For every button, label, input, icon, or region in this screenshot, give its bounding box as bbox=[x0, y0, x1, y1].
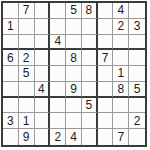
cell-r8c4[interactable] bbox=[50, 113, 66, 129]
cell-r1c4[interactable] bbox=[50, 3, 66, 19]
cell-r6c2[interactable] bbox=[19, 82, 35, 98]
cell-r4c9[interactable] bbox=[129, 50, 145, 66]
cell-r2c9: 3 bbox=[129, 19, 145, 35]
cell-r4c3[interactable] bbox=[35, 50, 51, 66]
cell-r6c4[interactable] bbox=[50, 82, 66, 98]
cell-r4c8[interactable] bbox=[113, 50, 129, 66]
cell-r6c1[interactable] bbox=[3, 82, 19, 98]
cell-r9c4: 2 bbox=[50, 129, 66, 145]
cell-r2c8: 2 bbox=[113, 19, 129, 35]
cell-r3c9[interactable] bbox=[129, 35, 145, 51]
cell-r7c6: 5 bbox=[82, 98, 98, 114]
cell-r5c2: 5 bbox=[19, 66, 35, 82]
cell-r6c6[interactable] bbox=[82, 82, 98, 98]
cell-r2c6[interactable] bbox=[82, 19, 98, 35]
cell-r8c3[interactable] bbox=[35, 113, 51, 129]
cell-r1c5: 5 bbox=[66, 3, 82, 19]
cell-r6c3: 4 bbox=[35, 82, 51, 98]
cell-r6c9: 5 bbox=[129, 82, 145, 98]
cell-r5c8: 1 bbox=[113, 66, 129, 82]
cell-r2c5[interactable] bbox=[66, 19, 82, 35]
cell-r8c8[interactable] bbox=[113, 113, 129, 129]
cell-r7c1[interactable] bbox=[3, 98, 19, 114]
cell-r3c3[interactable] bbox=[35, 35, 51, 51]
cell-r7c5[interactable] bbox=[66, 98, 82, 114]
cell-r2c3[interactable] bbox=[35, 19, 51, 35]
cell-r6c5: 9 bbox=[66, 82, 82, 98]
cell-r9c7[interactable] bbox=[98, 129, 114, 145]
cell-r1c6: 8 bbox=[82, 3, 98, 19]
cell-r9c6[interactable] bbox=[82, 129, 98, 145]
cell-r8c6[interactable] bbox=[82, 113, 98, 129]
cell-r4c5: 8 bbox=[66, 50, 82, 66]
cell-r5c1[interactable] bbox=[3, 66, 19, 82]
cell-r5c7[interactable] bbox=[98, 66, 114, 82]
cell-r5c3[interactable] bbox=[35, 66, 51, 82]
cell-r9c1[interactable] bbox=[3, 129, 19, 145]
cell-r7c7[interactable] bbox=[98, 98, 114, 114]
cell-r3c4: 4 bbox=[50, 35, 66, 51]
cell-r3c8[interactable] bbox=[113, 35, 129, 51]
cell-r1c7[interactable] bbox=[98, 3, 114, 19]
cell-r4c1: 6 bbox=[3, 50, 19, 66]
cell-r4c6[interactable] bbox=[82, 50, 98, 66]
cell-r4c4[interactable] bbox=[50, 50, 66, 66]
cell-r8c2: 1 bbox=[19, 113, 35, 129]
cell-r7c4[interactable] bbox=[50, 98, 66, 114]
cell-r9c9[interactable] bbox=[129, 129, 145, 145]
cell-r7c8[interactable] bbox=[113, 98, 129, 114]
cell-r3c7[interactable] bbox=[98, 35, 114, 51]
cell-r1c1[interactable] bbox=[3, 3, 19, 19]
cell-r3c2[interactable] bbox=[19, 35, 35, 51]
cell-r6c7[interactable] bbox=[98, 82, 114, 98]
cell-r9c8: 7 bbox=[113, 129, 129, 145]
cell-r2c7[interactable] bbox=[98, 19, 114, 35]
cell-r2c2[interactable] bbox=[19, 19, 35, 35]
cell-r5c4[interactable] bbox=[50, 66, 66, 82]
cell-r3c6[interactable] bbox=[82, 35, 98, 51]
cell-r2c1: 1 bbox=[3, 19, 19, 35]
cell-r2c4[interactable] bbox=[50, 19, 66, 35]
cell-r7c9[interactable] bbox=[129, 98, 145, 114]
cell-r5c6[interactable] bbox=[82, 66, 98, 82]
cell-r6c8: 8 bbox=[113, 82, 129, 98]
cell-r1c9[interactable] bbox=[129, 3, 145, 19]
cell-r7c2[interactable] bbox=[19, 98, 35, 114]
cell-r1c2: 7 bbox=[19, 3, 35, 19]
cell-r1c3[interactable] bbox=[35, 3, 51, 19]
cell-r9c5: 4 bbox=[66, 129, 82, 145]
cell-r8c9: 2 bbox=[129, 113, 145, 129]
cell-r1c8: 4 bbox=[113, 3, 129, 19]
cell-r3c5[interactable] bbox=[66, 35, 82, 51]
cell-r5c5[interactable] bbox=[66, 66, 82, 82]
cell-r8c7[interactable] bbox=[98, 113, 114, 129]
cell-r3c1[interactable] bbox=[3, 35, 19, 51]
cell-r8c5[interactable] bbox=[66, 113, 82, 129]
cell-r4c7: 7 bbox=[98, 50, 114, 66]
cell-r9c3[interactable] bbox=[35, 129, 51, 145]
cell-r7c3[interactable] bbox=[35, 98, 51, 114]
cell-r4c2: 2 bbox=[19, 50, 35, 66]
cell-r5c9[interactable] bbox=[129, 66, 145, 82]
cell-r9c2: 9 bbox=[19, 129, 35, 145]
sudoku-board: 75841234628751498553129247 bbox=[1, 1, 147, 147]
cell-r8c1: 3 bbox=[3, 113, 19, 129]
